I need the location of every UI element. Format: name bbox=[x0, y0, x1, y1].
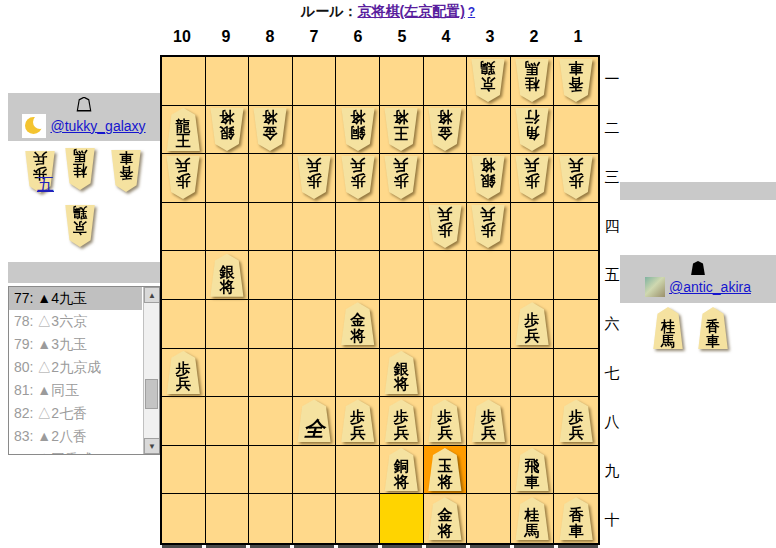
piece-歩兵-gote[interactable]: 歩兵 bbox=[558, 156, 594, 199]
scroll-up-icon[interactable]: ▲ bbox=[144, 287, 160, 303]
piece-銀将-sente[interactable]: 銀将 bbox=[383, 351, 419, 394]
piece-香車-gote[interactable]: 香車 bbox=[110, 150, 142, 192]
help-link[interactable]: ? bbox=[468, 5, 475, 19]
square-6-4[interactable] bbox=[336, 203, 380, 252]
square-9-7[interactable] bbox=[206, 349, 250, 398]
white-side-icon bbox=[76, 97, 92, 112]
square-9-6[interactable] bbox=[206, 300, 250, 349]
piece-王将-gote[interactable]: 王将 bbox=[383, 108, 419, 151]
square-4-7[interactable] bbox=[424, 349, 468, 398]
piece-歩兵-gote[interactable]: 歩兵 bbox=[340, 156, 376, 199]
square-10-5[interactable] bbox=[162, 251, 206, 300]
piece-飛車-sente[interactable]: 飛車 bbox=[514, 448, 550, 491]
piece-桂馬-gote[interactable]: 桂馬 bbox=[64, 148, 96, 190]
piece-京鶏-gote[interactable]: 京鶏 bbox=[470, 59, 506, 102]
piece-銀将-gote[interactable]: 銀将 bbox=[209, 108, 245, 151]
piece-歩兵-gote[interactable]: 歩兵 bbox=[165, 156, 201, 199]
square-3-3[interactable]: 銀将 bbox=[467, 154, 511, 203]
square-4-4[interactable]: 歩兵 bbox=[424, 203, 468, 252]
square-9-10[interactable] bbox=[206, 494, 250, 543]
square-1-9[interactable] bbox=[554, 446, 598, 495]
square-4-3[interactable] bbox=[424, 154, 468, 203]
piece-京鶏-gote[interactable]: 京鶏 bbox=[64, 205, 96, 247]
square-1-2[interactable] bbox=[554, 106, 598, 155]
rank-label-九: 九 bbox=[602, 447, 622, 496]
square-8-5[interactable] bbox=[249, 251, 293, 300]
rank-label-一: 一 bbox=[602, 55, 622, 104]
piece-香車-sente[interactable]: 香車 bbox=[697, 307, 729, 349]
move-row-80[interactable]: 80: △2九京成 bbox=[9, 356, 159, 379]
square-10-9[interactable] bbox=[162, 446, 206, 495]
file-label-8: 8 bbox=[248, 28, 292, 50]
rank-label-十: 十 bbox=[602, 496, 622, 545]
move-row-78[interactable]: 78: △3六京 bbox=[9, 310, 159, 333]
rank-labels: 一二三四五六七八九十 bbox=[602, 55, 622, 545]
square-1-8[interactable]: 歩兵 bbox=[554, 397, 598, 446]
rank-label-六: 六 bbox=[602, 300, 622, 349]
rank-label-二: 二 bbox=[602, 104, 622, 153]
rank-label-四: 四 bbox=[602, 202, 622, 251]
square-5-7[interactable]: 銀将 bbox=[380, 349, 424, 398]
file-label-3: 3 bbox=[468, 28, 512, 50]
square-6-6[interactable]: 金将 bbox=[336, 300, 380, 349]
white-hand-香車[interactable]: 香車 bbox=[110, 150, 142, 192]
shogi-board[interactable]: 京鶏桂馬香車龍王銀将金将銅将王将金将角行歩兵歩兵歩兵歩兵銀将歩兵歩兵歩兵歩兵銀将… bbox=[160, 55, 600, 545]
piece-龍王-sente[interactable]: 龍王 bbox=[165, 108, 201, 151]
square-9-4[interactable] bbox=[206, 203, 250, 252]
movelist-header bbox=[8, 262, 160, 283]
piece-歩兵-gote[interactable]: 歩兵 bbox=[383, 156, 419, 199]
square-5-3[interactable]: 歩兵 bbox=[380, 154, 424, 203]
piece-角行-gote[interactable]: 角行 bbox=[514, 108, 550, 151]
square-5-2[interactable]: 王将 bbox=[380, 106, 424, 155]
square-8-4[interactable] bbox=[249, 203, 293, 252]
square-4-1[interactable] bbox=[424, 57, 468, 106]
square-1-1[interactable]: 香車 bbox=[554, 57, 598, 106]
piece-玉将-sente[interactable]: 玉将 bbox=[427, 448, 463, 491]
square-9-9[interactable] bbox=[206, 446, 250, 495]
piece-金将-gote[interactable]: 金将 bbox=[427, 108, 463, 151]
file-label-5: 5 bbox=[380, 28, 424, 50]
white-hand-京鶏[interactable]: 京鶏 bbox=[64, 205, 96, 247]
square-4-2[interactable]: 金将 bbox=[424, 106, 468, 155]
square-3-4[interactable]: 歩兵 bbox=[467, 203, 511, 252]
white-hand-桂馬[interactable]: 桂馬 bbox=[64, 148, 96, 190]
square-10-6[interactable] bbox=[162, 300, 206, 349]
white-player-link[interactable]: @tukky_galaxy bbox=[50, 118, 145, 134]
piece-金将-gote[interactable]: 金将 bbox=[252, 108, 288, 151]
file-label-6: 6 bbox=[336, 28, 380, 50]
move-row-83[interactable]: 83: ▲2八香 bbox=[9, 425, 159, 448]
square-6-8[interactable]: 歩兵 bbox=[336, 397, 380, 446]
square-8-7[interactable] bbox=[249, 349, 293, 398]
square-7-2[interactable] bbox=[293, 106, 337, 155]
square-2-4[interactable] bbox=[511, 203, 555, 252]
rule-title: ルール：京将棋(左京配置)? bbox=[0, 3, 776, 21]
white-avatar bbox=[22, 114, 46, 138]
square-3-1[interactable]: 京鶏 bbox=[467, 57, 511, 106]
square-6-10[interactable] bbox=[336, 494, 380, 543]
square-7-10[interactable] bbox=[293, 494, 337, 543]
file-label-1: 1 bbox=[556, 28, 600, 50]
square-6-9[interactable] bbox=[336, 446, 380, 495]
piece-金将-sente[interactable]: 金将 bbox=[427, 497, 463, 540]
piece-歩兵-sente[interactable]: 歩兵 bbox=[514, 302, 550, 345]
square-8-6[interactable] bbox=[249, 300, 293, 349]
square-6-2[interactable]: 銅将 bbox=[336, 106, 380, 155]
piece-歩兵-gote[interactable]: 歩兵 bbox=[514, 156, 550, 199]
square-10-3[interactable]: 歩兵 bbox=[162, 154, 206, 203]
scroll-thumb[interactable] bbox=[145, 379, 158, 409]
square-3-5[interactable] bbox=[467, 251, 511, 300]
square-3-6[interactable] bbox=[467, 300, 511, 349]
square-7-6[interactable] bbox=[293, 300, 337, 349]
square-1-10[interactable]: 香車 bbox=[554, 494, 598, 543]
square-6-7[interactable] bbox=[336, 349, 380, 398]
black-avatar bbox=[645, 277, 665, 297]
black-hand-桂馬[interactable]: 桂馬 bbox=[652, 307, 684, 349]
rule-link[interactable]: 京将棋(左京配置) bbox=[357, 3, 464, 19]
scroll-down-icon[interactable]: ▼ bbox=[144, 438, 160, 454]
square-4-9[interactable]: 玉将 bbox=[424, 446, 468, 495]
square-8-1[interactable] bbox=[249, 57, 293, 106]
square-5-8[interactable]: 歩兵 bbox=[380, 397, 424, 446]
square-1-4[interactable] bbox=[554, 203, 598, 252]
square-8-9[interactable] bbox=[249, 446, 293, 495]
piece-歩兵-sente[interactable]: 歩兵 bbox=[558, 399, 594, 442]
piece-香車-gote[interactable]: 香車 bbox=[558, 59, 594, 102]
square-7-8[interactable]: 全 bbox=[293, 397, 337, 446]
black-hand-香車[interactable]: 香車 bbox=[697, 307, 729, 349]
white-pawn-count: 五 bbox=[37, 173, 54, 196]
square-6-3[interactable]: 歩兵 bbox=[336, 154, 380, 203]
square-7-7[interactable] bbox=[293, 349, 337, 398]
square-3-7[interactable] bbox=[467, 349, 511, 398]
square-10-1[interactable] bbox=[162, 57, 206, 106]
piece-香車-sente[interactable]: 香車 bbox=[558, 497, 594, 540]
square-4-6[interactable] bbox=[424, 300, 468, 349]
piece-銅将-sente[interactable]: 銅将 bbox=[383, 448, 419, 491]
move-row-81[interactable]: 81: ▲同玉 bbox=[9, 379, 159, 402]
piece-桂馬-sente[interactable]: 桂馬 bbox=[514, 497, 550, 540]
square-1-6[interactable] bbox=[554, 300, 598, 349]
black-player-panel: @antic_akira bbox=[620, 255, 776, 303]
file-labels: 10987654321 bbox=[160, 28, 600, 50]
white-player-panel: @tukky_galaxy bbox=[8, 93, 160, 141]
square-5-10[interactable] bbox=[380, 494, 424, 543]
piece-歩兵-sente[interactable]: 歩兵 bbox=[427, 399, 463, 442]
square-9-5[interactable]: 銀将 bbox=[206, 251, 250, 300]
piece-歩兵-sente[interactable]: 歩兵 bbox=[165, 351, 201, 394]
move-row-84[interactable]: 84: △同香成 bbox=[9, 448, 159, 455]
square-1-7[interactable] bbox=[554, 349, 598, 398]
square-2-6[interactable]: 歩兵 bbox=[511, 300, 555, 349]
square-5-4[interactable] bbox=[380, 203, 424, 252]
piece-歩兵-sente[interactable]: 歩兵 bbox=[340, 399, 376, 442]
black-side-icon bbox=[691, 261, 706, 275]
move-list[interactable]: 77: ▲4九玉78: △3六京79: ▲3九玉80: △2九京成81: ▲同玉… bbox=[8, 286, 160, 455]
piece-銀将-sente[interactable]: 銀将 bbox=[209, 254, 245, 297]
square-2-8[interactable] bbox=[511, 397, 555, 446]
square-2-7[interactable] bbox=[511, 349, 555, 398]
square-10-8[interactable] bbox=[162, 397, 206, 446]
piece-歩兵-sente[interactable]: 歩兵 bbox=[383, 399, 419, 442]
square-8-10[interactable] bbox=[249, 494, 293, 543]
file-label-2: 2 bbox=[512, 28, 556, 50]
file-label-4: 4 bbox=[424, 28, 468, 50]
square-2-2[interactable]: 角行 bbox=[511, 106, 555, 155]
square-1-3[interactable]: 歩兵 bbox=[554, 154, 598, 203]
file-label-9: 9 bbox=[204, 28, 248, 50]
square-3-2[interactable] bbox=[467, 106, 511, 155]
square-3-8[interactable]: 歩兵 bbox=[467, 397, 511, 446]
square-5-6[interactable] bbox=[380, 300, 424, 349]
rank-label-三: 三 bbox=[602, 153, 622, 202]
square-8-8[interactable] bbox=[249, 397, 293, 446]
square-2-3[interactable]: 歩兵 bbox=[511, 154, 555, 203]
piece-桂馬-sente[interactable]: 桂馬 bbox=[652, 307, 684, 349]
square-9-2[interactable]: 銀将 bbox=[206, 106, 250, 155]
kyo-shogi-app: ルール：京将棋(左京配置)? 10987654321 一二三四五六七八九十 京鶏… bbox=[0, 0, 776, 548]
move-row-79[interactable]: 79: ▲3九玉 bbox=[9, 333, 159, 356]
square-10-4[interactable] bbox=[162, 203, 206, 252]
square-6-1[interactable] bbox=[336, 57, 380, 106]
piece-全-sente[interactable]: 全 bbox=[296, 399, 332, 442]
piece-桂馬-gote[interactable]: 桂馬 bbox=[514, 59, 550, 102]
piece-歩兵-gote[interactable]: 歩兵 bbox=[296, 156, 332, 199]
square-7-1[interactable] bbox=[293, 57, 337, 106]
square-10-7[interactable]: 歩兵 bbox=[162, 349, 206, 398]
square-2-9[interactable]: 飛車 bbox=[511, 446, 555, 495]
square-10-10[interactable] bbox=[162, 494, 206, 543]
square-5-9[interactable]: 銅将 bbox=[380, 446, 424, 495]
file-label-10: 10 bbox=[160, 28, 204, 50]
square-10-2[interactable]: 龍王 bbox=[162, 106, 206, 155]
square-7-5[interactable] bbox=[293, 251, 337, 300]
square-6-5[interactable] bbox=[336, 251, 380, 300]
square-3-9[interactable] bbox=[467, 446, 511, 495]
rank-label-五: 五 bbox=[602, 251, 622, 300]
move-row-82[interactable]: 82: △2七香 bbox=[9, 402, 159, 425]
piece-銀将-gote[interactable]: 銀将 bbox=[470, 156, 506, 199]
move-row-77[interactable]: 77: ▲4九玉 bbox=[9, 287, 142, 310]
square-8-3[interactable] bbox=[249, 154, 293, 203]
right-gray-bar bbox=[620, 182, 776, 200]
square-2-5[interactable] bbox=[511, 251, 555, 300]
square-4-8[interactable]: 歩兵 bbox=[424, 397, 468, 446]
square-1-5[interactable] bbox=[554, 251, 598, 300]
file-label-7: 7 bbox=[292, 28, 336, 50]
rank-label-八: 八 bbox=[602, 398, 622, 447]
piece-銅将-gote[interactable]: 銅将 bbox=[340, 108, 376, 151]
square-5-1[interactable] bbox=[380, 57, 424, 106]
square-9-8[interactable] bbox=[206, 397, 250, 446]
square-5-5[interactable] bbox=[380, 251, 424, 300]
rank-label-七: 七 bbox=[602, 349, 622, 398]
square-9-1[interactable] bbox=[206, 57, 250, 106]
piece-金将-sente[interactable]: 金将 bbox=[340, 302, 376, 345]
piece-歩兵-gote[interactable]: 歩兵 bbox=[427, 205, 463, 248]
piece-歩兵-sente[interactable]: 歩兵 bbox=[470, 399, 506, 442]
square-4-5[interactable] bbox=[424, 251, 468, 300]
black-player-link[interactable]: @antic_akira bbox=[669, 279, 751, 295]
square-2-1[interactable]: 桂馬 bbox=[511, 57, 555, 106]
square-7-3[interactable]: 歩兵 bbox=[293, 154, 337, 203]
square-2-10[interactable]: 桂馬 bbox=[511, 494, 555, 543]
square-9-3[interactable] bbox=[206, 154, 250, 203]
piece-歩兵-gote[interactable]: 歩兵 bbox=[470, 205, 506, 248]
rule-label: ルール： bbox=[301, 3, 358, 19]
movelist-scrollbar[interactable]: ▲ ▼ bbox=[143, 287, 159, 454]
square-7-9[interactable] bbox=[293, 446, 337, 495]
square-8-2[interactable]: 金将 bbox=[249, 106, 293, 155]
square-7-4[interactable] bbox=[293, 203, 337, 252]
square-4-10[interactable]: 金将 bbox=[424, 494, 468, 543]
square-3-10[interactable] bbox=[467, 494, 511, 543]
